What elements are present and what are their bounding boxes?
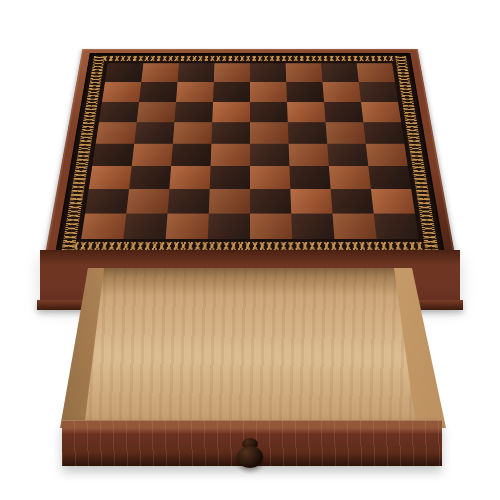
square-d2[interactable] [209, 189, 250, 213]
square-b3[interactable] [129, 166, 171, 189]
square-e5[interactable] [250, 122, 289, 143]
square-c3[interactable] [169, 166, 210, 189]
square-b2[interactable] [126, 189, 169, 213]
square-g7[interactable] [323, 82, 361, 102]
square-b5[interactable] [134, 122, 174, 143]
square-e8[interactable] [250, 63, 286, 82]
square-a3[interactable] [89, 166, 132, 189]
square-h6[interactable] [361, 102, 401, 122]
square-d1[interactable] [208, 214, 250, 239]
scene [0, 0, 500, 500]
square-h1[interactable] [374, 214, 419, 239]
square-e1[interactable] [250, 214, 292, 239]
square-b4[interactable] [132, 144, 173, 166]
square-e4[interactable] [250, 144, 289, 166]
square-c7[interactable] [176, 82, 214, 102]
square-d5[interactable] [211, 122, 250, 143]
square-a6[interactable] [99, 102, 139, 122]
square-h4[interactable] [366, 144, 408, 166]
square-d6[interactable] [212, 102, 250, 122]
square-f7[interactable] [286, 82, 324, 102]
square-a5[interactable] [96, 122, 137, 143]
square-c6[interactable] [174, 102, 213, 122]
square-b7[interactable] [139, 82, 177, 102]
square-g4[interactable] [327, 144, 368, 166]
square-b1[interactable] [123, 214, 167, 239]
square-h3[interactable] [368, 166, 411, 189]
square-h2[interactable] [371, 189, 415, 213]
square-g6[interactable] [324, 102, 363, 122]
square-b6[interactable] [137, 102, 176, 122]
square-a7[interactable] [102, 82, 141, 102]
square-c1[interactable] [166, 214, 209, 239]
square-e7[interactable] [250, 82, 287, 102]
square-g8[interactable] [321, 63, 359, 82]
board-top [44, 49, 456, 260]
square-e2[interactable] [250, 189, 291, 213]
inlay-chevron-border-bottom [62, 242, 439, 250]
square-d4[interactable] [211, 144, 250, 166]
square-f3[interactable] [289, 166, 330, 189]
board-frame [44, 49, 456, 260]
square-h5[interactable] [363, 122, 404, 143]
square-a1[interactable] [81, 214, 126, 239]
square-d8[interactable] [214, 63, 250, 82]
square-e3[interactable] [250, 166, 290, 189]
square-c8[interactable] [177, 63, 214, 82]
square-f5[interactable] [288, 122, 327, 143]
square-f6[interactable] [287, 102, 326, 122]
checkers-board [81, 63, 419, 239]
square-f1[interactable] [291, 214, 334, 239]
square-a2[interactable] [85, 189, 129, 213]
square-a8[interactable] [105, 63, 143, 82]
drawer-knob[interactable] [237, 438, 263, 468]
square-c2[interactable] [168, 189, 210, 213]
inlay-chevron-border-top [93, 56, 406, 62]
square-a4[interactable] [92, 144, 134, 166]
square-g2[interactable] [331, 189, 374, 213]
square-h7[interactable] [359, 82, 398, 102]
square-g5[interactable] [326, 122, 366, 143]
square-h8[interactable] [357, 63, 395, 82]
square-c5[interactable] [173, 122, 212, 143]
square-f8[interactable] [286, 63, 323, 82]
square-d7[interactable] [213, 82, 250, 102]
square-f4[interactable] [289, 144, 329, 166]
board-well [55, 53, 445, 254]
square-g3[interactable] [329, 166, 371, 189]
square-d3[interactable] [210, 166, 250, 189]
pieces-drawer [54, 262, 446, 470]
square-b8[interactable] [141, 63, 179, 82]
drawer-knob-bulb [237, 446, 263, 468]
square-g1[interactable] [332, 214, 376, 239]
square-c4[interactable] [171, 144, 211, 166]
square-e6[interactable] [250, 102, 288, 122]
square-f2[interactable] [290, 189, 332, 213]
